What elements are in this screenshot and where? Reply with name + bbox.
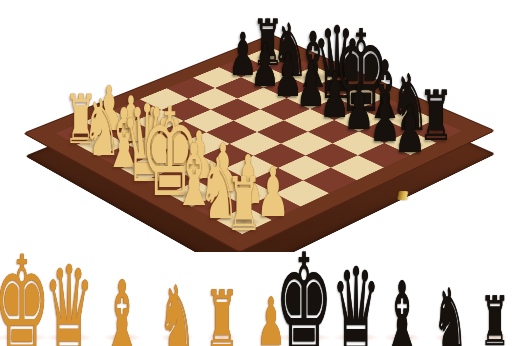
square-f4 [254, 144, 306, 168]
square-d2 [150, 144, 202, 168]
square-g3 [250, 168, 303, 193]
square-g4 [278, 155, 331, 180]
square-e1 [144, 168, 197, 193]
square-h1 [217, 207, 272, 234]
white-queen-shadow [46, 333, 93, 342]
square-g6 [333, 131, 385, 155]
square-h6 [358, 143, 410, 167]
brass-latch-icon [397, 191, 408, 200]
square-d1 [121, 156, 173, 181]
black-knight-shadow [434, 333, 466, 342]
black-queen: ♛ [331, 253, 380, 346]
white-rook-shadow [206, 333, 237, 342]
board-frame [25, 35, 493, 251]
white-rook: ♜ [205, 281, 238, 346]
square-d3 [179, 132, 230, 156]
square-h5 [331, 155, 384, 180]
black-rook: ♜ [480, 288, 509, 346]
black-bishop-shadow [384, 333, 421, 342]
square-f2 [197, 168, 250, 193]
black-queen-shadow [333, 333, 379, 342]
square-g2 [221, 181, 275, 207]
square-h2 [246, 193, 301, 220]
square-f5 [281, 132, 333, 156]
chess-board [25, 35, 493, 251]
black-king: ♚ [275, 237, 333, 346]
stage: ♜♞♝♛♚♝♞♜♟♟♟♟♟♟♟♟♟♟♟♟♟♟♟♟♜♞♝♛♚♝♞♜ ♚♛♝♞♜♟♚… [0, 0, 520, 346]
square-f1 [168, 181, 222, 207]
square-g1 [192, 194, 246, 221]
white-queen: ♛ [44, 251, 94, 346]
black-knight: ♞ [433, 278, 468, 346]
square-c1 [99, 144, 150, 168]
white-knight: ♞ [158, 274, 195, 346]
black-bishop: ♝ [382, 270, 421, 346]
white-bishop-shadow [103, 333, 141, 342]
square-h7 [384, 131, 436, 155]
square-f3 [226, 156, 279, 181]
square-e2 [173, 156, 225, 181]
white-pawn-shadow [258, 333, 285, 342]
board-photo [0, 0, 520, 252]
white-king-shadow [0, 333, 48, 342]
black-king-shadow [277, 333, 331, 342]
square-g5 [306, 143, 358, 167]
square-e4 [230, 132, 281, 156]
white-king: ♚ [0, 239, 50, 346]
square-e3 [202, 144, 254, 168]
white-knight-shadow [160, 333, 194, 342]
square-h3 [275, 180, 329, 206]
white-pawn: ♟ [257, 289, 286, 346]
white-bishop: ♝ [102, 268, 143, 346]
square-h4 [303, 168, 356, 194]
black-rook-shadow [481, 333, 508, 342]
